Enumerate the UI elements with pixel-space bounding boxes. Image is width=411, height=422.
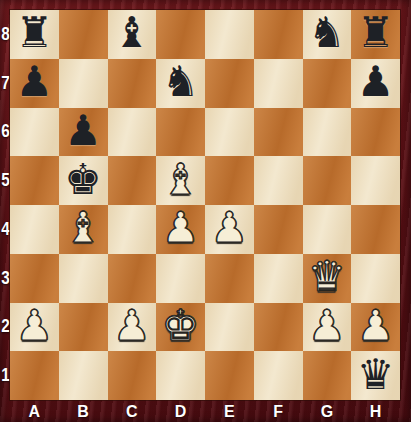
square-c3[interactable] [108, 254, 157, 303]
chessboard: ♜♝♞♜♟♞♟♟♚♝♝♟♟♛♟♟♚♟♟♛ [10, 10, 400, 400]
piece-black-rook[interactable]: ♜ [16, 12, 54, 54]
square-b5[interactable]: ♚ [59, 156, 108, 205]
rank-label-3: 3 [1, 254, 10, 303]
piece-black-bishop[interactable]: ♝ [113, 12, 151, 54]
piece-black-queen[interactable]: ♛ [357, 354, 395, 396]
rank-label-1: 1 [1, 351, 10, 400]
rank-label-8: 8 [1, 10, 10, 59]
piece-black-rook[interactable]: ♜ [357, 12, 395, 54]
square-d4[interactable]: ♟ [156, 205, 205, 254]
piece-white-pawn[interactable]: ♟ [162, 207, 200, 249]
rank-label-5: 5 [1, 156, 10, 205]
piece-white-pawn[interactable]: ♟ [308, 305, 346, 347]
piece-white-bishop[interactable]: ♝ [64, 207, 102, 249]
square-f7[interactable] [254, 59, 303, 108]
square-g1[interactable] [303, 351, 352, 400]
square-d1[interactable] [156, 351, 205, 400]
piece-black-pawn[interactable]: ♟ [16, 61, 54, 103]
square-e1[interactable] [205, 351, 254, 400]
square-c5[interactable] [108, 156, 157, 205]
square-e3[interactable] [205, 254, 254, 303]
square-g5[interactable] [303, 156, 352, 205]
rank-label-2: 2 [1, 303, 10, 352]
piece-white-pawn[interactable]: ♟ [16, 305, 54, 347]
square-b7[interactable] [59, 59, 108, 108]
square-a5[interactable] [10, 156, 59, 205]
square-e5[interactable] [205, 156, 254, 205]
file-label-b: B [59, 399, 108, 422]
square-b6[interactable]: ♟ [59, 108, 108, 157]
square-c8[interactable]: ♝ [108, 10, 157, 59]
square-b3[interactable] [59, 254, 108, 303]
square-h5[interactable] [351, 156, 400, 205]
file-label-h: H [351, 399, 400, 422]
piece-white-bishop[interactable]: ♝ [162, 159, 200, 201]
square-b2[interactable] [59, 303, 108, 352]
file-label-a: A [10, 399, 59, 422]
piece-black-king[interactable]: ♚ [64, 159, 102, 201]
square-c4[interactable] [108, 205, 157, 254]
file-label-f: F [254, 399, 303, 422]
square-a8[interactable]: ♜ [10, 10, 59, 59]
piece-black-pawn[interactable]: ♟ [357, 61, 395, 103]
piece-white-king[interactable]: ♚ [162, 305, 200, 347]
piece-white-pawn[interactable]: ♟ [357, 305, 395, 347]
square-c7[interactable] [108, 59, 157, 108]
square-e4[interactable]: ♟ [205, 205, 254, 254]
square-g7[interactable] [303, 59, 352, 108]
file-labels: ABCDEFGH [10, 399, 400, 422]
square-e6[interactable] [205, 108, 254, 157]
square-a7[interactable]: ♟ [10, 59, 59, 108]
rank-label-7: 7 [1, 59, 10, 108]
chess-diagram: 87654321 ♜♝♞♜♟♞♟♟♚♝♝♟♟♛♟♟♚♟♟♛ ABCDEFGH [0, 0, 411, 422]
rank-label-4: 4 [1, 205, 10, 254]
square-g3[interactable]: ♛ [303, 254, 352, 303]
square-b8[interactable] [59, 10, 108, 59]
file-label-c: C [108, 399, 157, 422]
square-f4[interactable] [254, 205, 303, 254]
square-h4[interactable] [351, 205, 400, 254]
piece-black-knight[interactable]: ♞ [162, 61, 200, 103]
file-label-e: E [205, 399, 254, 422]
file-label-g: G [303, 399, 352, 422]
square-h2[interactable]: ♟ [351, 303, 400, 352]
square-a4[interactable] [10, 205, 59, 254]
square-e2[interactable] [205, 303, 254, 352]
piece-white-queen[interactable]: ♛ [308, 256, 346, 298]
square-h6[interactable] [351, 108, 400, 157]
square-h8[interactable]: ♜ [351, 10, 400, 59]
square-d2[interactable]: ♚ [156, 303, 205, 352]
square-a1[interactable] [10, 351, 59, 400]
square-d8[interactable] [156, 10, 205, 59]
square-e8[interactable] [205, 10, 254, 59]
square-a2[interactable]: ♟ [10, 303, 59, 352]
square-h7[interactable]: ♟ [351, 59, 400, 108]
square-f3[interactable] [254, 254, 303, 303]
square-b4[interactable]: ♝ [59, 205, 108, 254]
square-c2[interactable]: ♟ [108, 303, 157, 352]
square-b1[interactable] [59, 351, 108, 400]
square-c1[interactable] [108, 351, 157, 400]
piece-white-pawn[interactable]: ♟ [211, 207, 249, 249]
square-a6[interactable] [10, 108, 59, 157]
square-d7[interactable]: ♞ [156, 59, 205, 108]
rank-label-6: 6 [1, 108, 10, 157]
file-label-d: D [156, 399, 205, 422]
square-d5[interactable]: ♝ [156, 156, 205, 205]
square-f1[interactable] [254, 351, 303, 400]
square-g6[interactable] [303, 108, 352, 157]
square-f5[interactable] [254, 156, 303, 205]
square-f8[interactable] [254, 10, 303, 59]
piece-white-pawn[interactable]: ♟ [113, 305, 151, 347]
square-e7[interactable] [205, 59, 254, 108]
square-g2[interactable]: ♟ [303, 303, 352, 352]
square-h3[interactable] [351, 254, 400, 303]
square-d6[interactable] [156, 108, 205, 157]
square-f6[interactable] [254, 108, 303, 157]
square-g8[interactable]: ♞ [303, 10, 352, 59]
square-a3[interactable] [10, 254, 59, 303]
piece-black-pawn[interactable]: ♟ [64, 110, 102, 152]
square-f2[interactable] [254, 303, 303, 352]
square-c6[interactable] [108, 108, 157, 157]
square-d3[interactable] [156, 254, 205, 303]
piece-black-knight[interactable]: ♞ [308, 12, 346, 54]
square-h1[interactable]: ♛ [351, 351, 400, 400]
square-g4[interactable] [303, 205, 352, 254]
